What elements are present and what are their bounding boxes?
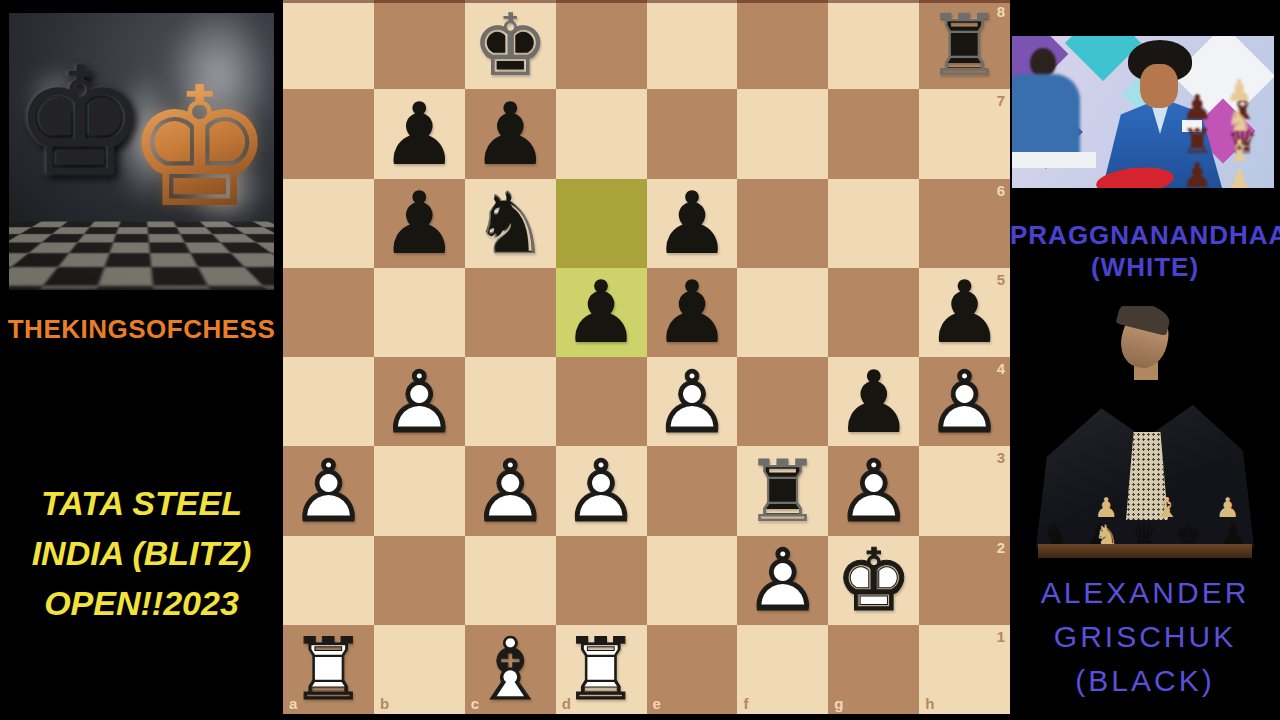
square-f7[interactable]	[737, 89, 828, 178]
white-player-color: (WHITE)	[1010, 251, 1280, 283]
square-a6[interactable]	[283, 179, 374, 268]
square-d7[interactable]	[556, 89, 647, 178]
square-a3[interactable]: ♟♙	[283, 446, 374, 535]
square-c3[interactable]: ♟♙	[465, 446, 556, 535]
rank-label-7: 7	[997, 93, 1005, 108]
black-pawn-d5[interactable]: ♟	[556, 268, 647, 357]
rank-label-8: 8	[997, 4, 1005, 19]
square-e1[interactable]: e	[647, 625, 738, 714]
square-d5[interactable]: ♟	[556, 268, 647, 357]
square-f3[interactable]: ♜♖	[737, 446, 828, 535]
square-b2[interactable]	[374, 536, 465, 625]
white-king-g2[interactable]: ♚♔	[828, 536, 919, 625]
white-pawn-b4[interactable]: ♟♙	[374, 357, 465, 446]
square-d4[interactable]	[556, 357, 647, 446]
square-d6[interactable]	[556, 179, 647, 268]
white-player-photo	[1012, 36, 1274, 188]
gold-king-figure: ♚	[125, 65, 274, 231]
channel-name: THEKINGSOFCHESS	[0, 314, 283, 345]
square-b1[interactable]: b	[374, 625, 465, 714]
square-e2[interactable]	[647, 536, 738, 625]
left-panel: ♚ ♚ THEKINGSOFCHESS TATA STEEL INDIA (BL…	[0, 0, 283, 720]
square-f6[interactable]	[737, 179, 828, 268]
event-title-line-2: INDIA (BLITZ)	[0, 528, 283, 578]
black-player-name-line-1: ALEXANDER	[1010, 571, 1280, 615]
square-a4[interactable]	[283, 357, 374, 446]
square-h5[interactable]: ♟5	[919, 268, 1010, 357]
square-g7[interactable]	[828, 89, 919, 178]
rank-label-1: 1	[997, 629, 1005, 644]
white-pawn-a3[interactable]: ♟♙	[283, 446, 374, 535]
square-g8[interactable]	[828, 0, 919, 89]
square-c2[interactable]	[465, 536, 556, 625]
rank-label-6: 6	[997, 183, 1005, 198]
square-g6[interactable]	[828, 179, 919, 268]
square-a2[interactable]	[283, 536, 374, 625]
white-pawn-c3[interactable]: ♟♙	[465, 446, 556, 535]
black-player-photo	[1036, 306, 1254, 558]
white-player-label: PRAGGNANANDHAA (WHITE)	[1010, 219, 1280, 283]
square-e4[interactable]: ♟♙	[647, 357, 738, 446]
square-h7[interactable]: 7	[919, 89, 1010, 178]
white-pawn-e4[interactable]: ♟♙	[647, 357, 738, 446]
square-a5[interactable]	[283, 268, 374, 357]
file-label-b: b	[380, 696, 389, 711]
square-h6[interactable]: 6	[919, 179, 1010, 268]
square-c6[interactable]: ♞♘	[465, 179, 556, 268]
square-g2[interactable]: ♚♔	[828, 536, 919, 625]
file-label-a: a	[289, 696, 297, 711]
square-g5[interactable]	[828, 268, 919, 357]
square-e5[interactable]: ♟	[647, 268, 738, 357]
square-g4[interactable]: ♟	[828, 357, 919, 446]
wooden-board-edge	[1038, 544, 1252, 558]
square-a1[interactable]: ♜♖a	[283, 625, 374, 714]
black-player-color: (BLACK)	[1010, 659, 1280, 703]
square-a8[interactable]	[283, 0, 374, 89]
square-c4[interactable]	[465, 357, 556, 446]
square-e3[interactable]	[647, 446, 738, 535]
background-person-body	[1012, 74, 1080, 158]
event-title-line-1: TATA STEEL	[0, 478, 283, 528]
file-label-d: d	[562, 696, 571, 711]
square-b6[interactable]: ♟	[374, 179, 465, 268]
white-pawn-g3[interactable]: ♟♙	[828, 446, 919, 535]
square-f5[interactable]	[737, 268, 828, 357]
rank-label-4: 4	[997, 361, 1005, 376]
square-e6[interactable]: ♟	[647, 179, 738, 268]
square-b7[interactable]: ♟	[374, 89, 465, 178]
square-c5[interactable]	[465, 268, 556, 357]
kings-artwork-image: ♚ ♚	[9, 13, 274, 290]
right-panel: PRAGGNANANDHAA (WHITE) ALEXANDER GRISCHU…	[1010, 0, 1280, 720]
square-f4[interactable]	[737, 357, 828, 446]
square-a7[interactable]	[283, 89, 374, 178]
square-g1[interactable]: g	[828, 625, 919, 714]
black-pawn-c7[interactable]: ♟	[465, 89, 556, 178]
square-h1[interactable]: h1	[919, 625, 1010, 714]
black-pawn-e6[interactable]: ♟	[647, 179, 738, 268]
square-d1[interactable]: ♜♖d	[556, 625, 647, 714]
square-h3[interactable]: 3	[919, 446, 1010, 535]
square-h2[interactable]: 2	[919, 536, 1010, 625]
event-title-line-3: OPEN!!2023	[0, 578, 283, 628]
white-pawn-d3[interactable]: ♟♙	[556, 446, 647, 535]
white-player-name: PRAGGNANANDHAA	[1010, 219, 1280, 251]
black-pawn-g4[interactable]: ♟	[828, 357, 919, 446]
file-label-e: e	[653, 696, 661, 711]
event-title: TATA STEEL INDIA (BLITZ) OPEN!!2023	[0, 478, 283, 628]
black-pawn-b7[interactable]: ♟	[374, 89, 465, 178]
square-d2[interactable]	[556, 536, 647, 625]
chess-board: ♚♔♜♖8♟♟7♟♞♘♟6♟♟♟5♟♙♟♙♟♟♙4♟♙♟♙♟♙♜♖♟♙3♟♙♚♔…	[283, 0, 1010, 714]
black-king-c8[interactable]: ♚♔	[465, 0, 556, 89]
square-b5[interactable]	[374, 268, 465, 357]
file-label-c: c	[471, 696, 479, 711]
rank-label-3: 3	[997, 450, 1005, 465]
square-f8[interactable]	[737, 0, 828, 89]
square-c1[interactable]: ♝♗c	[465, 625, 556, 714]
square-b8[interactable]	[374, 0, 465, 89]
file-label-g: g	[834, 696, 843, 711]
black-player-name-line-2: GRISCHUK	[1010, 615, 1280, 659]
black-player-label: ALEXANDER GRISCHUK (BLACK)	[1010, 571, 1280, 703]
black-rook-f3[interactable]: ♜♖	[737, 446, 828, 535]
file-label-h: h	[925, 696, 934, 711]
square-h8[interactable]: ♜♖8	[919, 0, 1010, 89]
square-d8[interactable]	[556, 0, 647, 89]
square-f2[interactable]: ♟♙	[737, 536, 828, 625]
square-h4[interactable]: ♟♙4	[919, 357, 1010, 446]
player-face	[1140, 64, 1178, 108]
square-g3[interactable]: ♟♙	[828, 446, 919, 535]
video-frame: ♚ ♚ THEKINGSOFCHESS TATA STEEL INDIA (BL…	[0, 0, 1280, 720]
square-f1[interactable]: f	[737, 625, 828, 714]
white-pawn-f2[interactable]: ♟♙	[737, 536, 828, 625]
square-e8[interactable]	[647, 0, 738, 89]
black-pawn-b6[interactable]: ♟	[374, 179, 465, 268]
square-c8[interactable]: ♚♔	[465, 0, 556, 89]
square-b3[interactable]	[374, 446, 465, 535]
rank-label-2: 2	[997, 540, 1005, 555]
square-d3[interactable]: ♟♙	[556, 446, 647, 535]
chessboard-floor	[9, 222, 274, 289]
rank-label-5: 5	[997, 272, 1005, 287]
square-c7[interactable]: ♟	[465, 89, 556, 178]
square-b4[interactable]: ♟♙	[374, 357, 465, 446]
table-edge	[1012, 152, 1096, 168]
file-label-f: f	[743, 696, 748, 711]
black-pawn-e5[interactable]: ♟	[647, 268, 738, 357]
black-knight-c6[interactable]: ♞♘	[465, 179, 556, 268]
square-e7[interactable]	[647, 89, 738, 178]
